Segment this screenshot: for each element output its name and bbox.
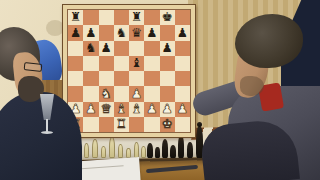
piece-white-rook: ♜ [116,118,127,131]
square-e3: ♟ [129,86,144,101]
square-c6: ♟ [99,41,114,56]
square-d1: ♜ [114,117,129,132]
piece-white-bishop: ♝ [131,103,142,116]
piece-black-king: ♚ [162,11,173,24]
piece-white-pawn: ♟ [85,103,96,116]
square-e6 [129,41,144,56]
square-g4 [160,71,175,86]
square-d6 [114,41,129,56]
square-g5 [160,56,175,71]
square-g6: ♟ [160,41,175,56]
demonstration-board: ♜♜♚♟♟♞♛♟♟♞♟♟♝♞♟♟♟♛♝♝♟♟♟♜♜♚ [67,9,191,133]
piece-black-knight: ♞ [85,42,96,55]
water-glass-foot [41,131,53,134]
square-h8 [175,10,190,25]
square-h3 [175,86,190,101]
square-h6 [175,41,190,56]
square-e2: ♝ [129,102,144,117]
square-b2: ♟ [83,102,98,117]
square-e8: ♜ [129,10,144,25]
square-h1 [175,117,190,132]
square-f8 [144,10,159,25]
square-e5: ♝ [129,56,144,71]
square-e4 [129,71,144,86]
piece-black-pawn: ♟ [162,42,173,55]
piece-black-pawn: ♟ [70,27,81,40]
square-b1 [83,117,98,132]
piece-white-pawn: ♟ [131,88,142,101]
piece-black-pawn: ♟ [146,27,157,40]
square-d5 [114,56,129,71]
square-b4 [83,71,98,86]
square-e7: ♛ [129,25,144,40]
piece-white-knight: ♞ [101,88,112,101]
square-b7: ♟ [83,25,98,40]
square-h7: ♟ [175,25,190,40]
square-c8 [99,10,114,25]
square-b5 [83,56,98,71]
square-f2: ♟ [144,102,159,117]
square-c1 [99,117,114,132]
right-player-beard [240,76,264,96]
square-c2: ♛ [99,102,114,117]
square-a3 [68,86,83,101]
piece-black-bishop: ♝ [131,57,142,70]
piece-black-knight: ♞ [116,27,127,40]
square-h2: ♟ [175,102,190,117]
square-b6: ♞ [83,41,98,56]
square-a7: ♟ [68,25,83,40]
square-a8: ♜ [68,10,83,25]
square-a4 [68,71,83,86]
demonstration-board-frame: ♜♜♚♟♟♞♛♟♟♞♟♟♝♞♟♟♟♛♝♝♟♟♟♜♜♚ [62,4,196,138]
video-frame: ♜♜♚♟♟♞♛♟♟♞♟♟♝♞♟♟♟♛♝♝♟♟♟♜♜♚ [0,0,320,180]
square-c4 [99,71,114,86]
piece-white-pawn: ♟ [162,103,173,116]
piece-black-queen: ♛ [131,27,142,40]
piece-black-rook: ♜ [70,11,81,24]
square-a5 [68,56,83,71]
square-f4 [144,71,159,86]
square-g8: ♚ [160,10,175,25]
square-b3 [83,86,98,101]
square-c3: ♞ [99,86,114,101]
piece-white-pawn: ♟ [177,103,188,116]
square-d2: ♝ [114,102,129,117]
square-g3 [160,86,175,101]
square-d7: ♞ [114,25,129,40]
piece-white-queen: ♛ [101,103,112,116]
piece-black-pawn: ♟ [85,27,96,40]
piece-black-pawn: ♟ [101,42,112,55]
square-f7: ♟ [144,25,159,40]
piece-white-king: ♚ [162,118,173,131]
square-f1 [144,117,159,132]
piece-white-pawn: ♟ [146,103,157,116]
square-d3 [114,86,129,101]
right-player-hair [235,14,303,68]
square-h4 [175,71,190,86]
square-d8 [114,10,129,25]
square-f6 [144,41,159,56]
square-d4 [114,71,129,86]
square-h5 [175,56,190,71]
square-c5 [99,56,114,71]
square-g7 [160,25,175,40]
square-a6 [68,41,83,56]
square-f5 [144,56,159,71]
piece-black-pawn: ♟ [177,27,188,40]
square-g2: ♟ [160,102,175,117]
square-b8 [83,10,98,25]
piece-black-rook: ♜ [131,11,142,24]
piece-white-bishop: ♝ [116,103,127,116]
square-e1 [129,117,144,132]
square-c7 [99,25,114,40]
square-g1: ♚ [160,117,175,132]
square-f3 [144,86,159,101]
